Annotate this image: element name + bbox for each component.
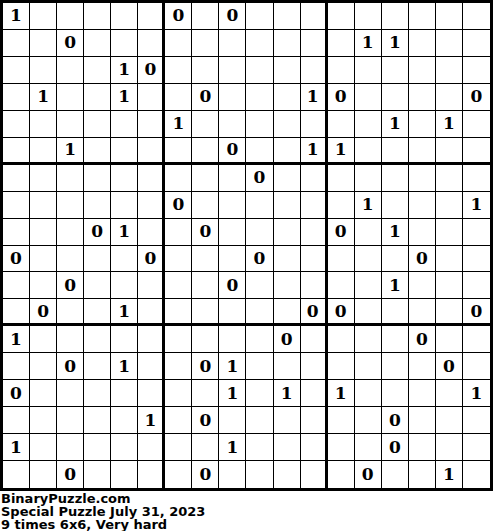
cell-r14-c13[interactable] (328, 353, 355, 380)
cell-r3-c2[interactable] (30, 57, 57, 84)
cell-r11-c16[interactable] (409, 272, 436, 299)
cell-r12-c10[interactable] (246, 299, 273, 326)
cell-r11-c6[interactable] (138, 272, 165, 299)
cell-r18-c12[interactable] (301, 461, 328, 488)
cell-r15-c7[interactable] (165, 380, 192, 407)
cell-r6-c18[interactable] (463, 138, 490, 165)
cell-r1-c13[interactable] (328, 3, 355, 30)
cell-r7-c15[interactable] (382, 165, 409, 192)
cell-r4-c17[interactable] (436, 84, 463, 111)
cell-r2-c17[interactable] (436, 30, 463, 57)
cell-r9-c7[interactable] (165, 219, 192, 246)
cell-r8-c14: 1 (355, 192, 382, 219)
cell-r1-c6[interactable] (138, 3, 165, 30)
cell-r10-c4[interactable] (84, 246, 111, 273)
cell-r10-c15[interactable] (382, 246, 409, 273)
cell-r11-c1[interactable] (3, 272, 30, 299)
cell-r12-c3[interactable] (57, 299, 84, 326)
cell-r16-c3[interactable] (57, 407, 84, 434)
cell-r3-c7[interactable] (165, 57, 192, 84)
cell-r8-c18: 1 (463, 192, 490, 219)
cell-r7-c16[interactable] (409, 165, 436, 192)
cell-r3-c13[interactable] (328, 57, 355, 84)
cell-r1-c14[interactable] (355, 3, 382, 30)
cell-r17-c3[interactable] (57, 434, 84, 461)
cell-r10-c2[interactable] (30, 246, 57, 273)
cell-r2-c8[interactable] (192, 30, 219, 57)
cell-r14-c18[interactable] (463, 353, 490, 380)
cell-r9-c14[interactable] (355, 219, 382, 246)
cell-r17-c10[interactable] (246, 434, 273, 461)
cell-r6-c12: 1 (301, 138, 328, 165)
cell-r1-c15[interactable] (382, 3, 409, 30)
cell-r18-c15[interactable] (382, 461, 409, 488)
cell-r12-c15[interactable] (382, 299, 409, 326)
binary-puzzle-board: 1000111011010011110110011010010000001010… (0, 0, 493, 491)
cell-r16-c7[interactable] (165, 407, 192, 434)
cell-r17-c6[interactable] (138, 434, 165, 461)
cell-r2-c12[interactable] (301, 30, 328, 57)
cell-r14-c1[interactable] (3, 353, 30, 380)
cell-r18-c7[interactable] (165, 461, 192, 488)
cell-r12-c9[interactable] (219, 299, 246, 326)
cell-r9-c4: 0 (84, 219, 111, 246)
cell-r6-c7[interactable] (165, 138, 192, 165)
cell-r17-c5[interactable] (111, 434, 138, 461)
cell-r6-c1[interactable] (3, 138, 30, 165)
cell-r18-c4[interactable] (84, 461, 111, 488)
cell-r6-c6[interactable] (138, 138, 165, 165)
cell-r12-c8[interactable] (192, 299, 219, 326)
cell-r15-c14[interactable] (355, 380, 382, 407)
cell-r1-c8[interactable] (192, 3, 219, 30)
cell-r6-c14[interactable] (355, 138, 382, 165)
cell-r9-c6[interactable] (138, 219, 165, 246)
cell-r5-c4[interactable] (84, 111, 111, 138)
cell-r8-c7: 0 (165, 192, 192, 219)
cell-r16-c2[interactable] (30, 407, 57, 434)
cell-r6-c5[interactable] (111, 138, 138, 165)
cell-r4-c18: 0 (463, 84, 490, 111)
cell-r17-c12[interactable] (301, 434, 328, 461)
cell-r7-c18[interactable] (463, 165, 490, 192)
cell-r3-c18[interactable] (463, 57, 490, 84)
cell-r14-c7[interactable] (165, 353, 192, 380)
cell-r4-c12: 1 (301, 84, 328, 111)
cell-r8-c16[interactable] (409, 192, 436, 219)
cell-r16-c12[interactable] (301, 407, 328, 434)
cell-r15-c4[interactable] (84, 380, 111, 407)
cell-r15-c11: 1 (274, 380, 301, 407)
cell-r18-c13[interactable] (328, 461, 355, 488)
cell-r3-c4[interactable] (84, 57, 111, 84)
cell-r1-c1: 1 (3, 3, 30, 30)
cell-r4-c5: 1 (111, 84, 138, 111)
cell-r7-c14[interactable] (355, 165, 382, 192)
cell-r16-c10[interactable] (246, 407, 273, 434)
cell-r10-c11[interactable] (274, 246, 301, 273)
cell-r1-c11[interactable] (274, 3, 301, 30)
cell-r10-c8[interactable] (192, 246, 219, 273)
cell-r8-c2[interactable] (30, 192, 57, 219)
cell-r10-c6: 0 (138, 246, 165, 273)
cell-r7-c4[interactable] (84, 165, 111, 192)
cell-r11-c10[interactable] (246, 272, 273, 299)
cell-r13-c15[interactable] (382, 326, 409, 353)
cell-r15-c12[interactable] (301, 380, 328, 407)
cell-r4-c9[interactable] (219, 84, 246, 111)
cell-r8-c9[interactable] (219, 192, 246, 219)
cell-r15-c2[interactable] (30, 380, 57, 407)
cell-r18-c10[interactable] (246, 461, 273, 488)
cell-r8-c11[interactable] (274, 192, 301, 219)
cell-r6-c17[interactable] (436, 138, 463, 165)
footer: BinaryPuzzle.com Special Puzzle July 31,… (0, 491, 493, 531)
cell-r8-c15[interactable] (382, 192, 409, 219)
cell-r2-c7[interactable] (165, 30, 192, 57)
cell-r15-c18: 1 (463, 380, 490, 407)
cell-r3-c11[interactable] (274, 57, 301, 84)
cell-r17-c18[interactable] (463, 434, 490, 461)
cell-r9-c12[interactable] (301, 219, 328, 246)
cell-r2-c14: 1 (355, 30, 382, 57)
cell-r17-c1: 1 (3, 434, 30, 461)
cell-r14-c6[interactable] (138, 353, 165, 380)
cell-r11-c17[interactable] (436, 272, 463, 299)
cell-r6-c15[interactable] (382, 138, 409, 165)
cell-r2-c9[interactable] (219, 30, 246, 57)
cell-r16-c6: 1 (138, 407, 165, 434)
cell-r15-c10[interactable] (246, 380, 273, 407)
cell-r8-c13[interactable] (328, 192, 355, 219)
cell-r9-c11[interactable] (274, 219, 301, 246)
cell-r10-c14[interactable] (355, 246, 382, 273)
cell-r7-c17[interactable] (436, 165, 463, 192)
cell-r14-c16[interactable] (409, 353, 436, 380)
cell-r7-c11[interactable] (274, 165, 301, 192)
cell-r13-c3[interactable] (57, 326, 84, 353)
cell-r1-c4[interactable] (84, 3, 111, 30)
cell-r17-c7[interactable] (165, 434, 192, 461)
cell-r1-c5[interactable] (111, 3, 138, 30)
cell-r2-c11[interactable] (274, 30, 301, 57)
cell-r9-c9[interactable] (219, 219, 246, 246)
cell-r5-c8[interactable] (192, 111, 219, 138)
cell-r3-c3[interactable] (57, 57, 84, 84)
cell-r11-c14[interactable] (355, 272, 382, 299)
cell-r1-c3[interactable] (57, 3, 84, 30)
cell-r18-c18[interactable] (463, 461, 490, 488)
cell-r10-c1: 0 (3, 246, 30, 273)
cell-r17-c16[interactable] (409, 434, 436, 461)
cell-r5-c12[interactable] (301, 111, 328, 138)
cell-r5-c10[interactable] (246, 111, 273, 138)
cell-r14-c12[interactable] (301, 353, 328, 380)
cell-r4-c2: 1 (30, 84, 57, 111)
cell-r9-c10[interactable] (246, 219, 273, 246)
cell-r18-c9[interactable] (219, 461, 246, 488)
cell-r6-c10[interactable] (246, 138, 273, 165)
cell-r2-c4[interactable] (84, 30, 111, 57)
cell-r14-c2[interactable] (30, 353, 57, 380)
cell-r7-c13[interactable] (328, 165, 355, 192)
cell-r5-c1[interactable] (3, 111, 30, 138)
cell-r5-c5[interactable] (111, 111, 138, 138)
cell-r16-c8: 0 (192, 407, 219, 434)
cell-r18-c8: 0 (192, 461, 219, 488)
cell-r4-c14[interactable] (355, 84, 382, 111)
cell-r11-c5[interactable] (111, 272, 138, 299)
cell-r16-c11[interactable] (274, 407, 301, 434)
cell-r16-c1[interactable] (3, 407, 30, 434)
cell-r7-c3[interactable] (57, 165, 84, 192)
cell-r6-c4[interactable] (84, 138, 111, 165)
cell-r15-c5[interactable] (111, 380, 138, 407)
cell-r10-c9[interactable] (219, 246, 246, 273)
cell-r2-c15: 1 (382, 30, 409, 57)
cell-r16-c17[interactable] (436, 407, 463, 434)
cell-r1-c17[interactable] (436, 3, 463, 30)
cell-r7-c7[interactable] (165, 165, 192, 192)
cell-r18-c1[interactable] (3, 461, 30, 488)
cell-r11-c15: 1 (382, 272, 409, 299)
cell-r6-c16[interactable] (409, 138, 436, 165)
cell-r13-c1: 1 (3, 326, 30, 353)
cell-r5-c13[interactable] (328, 111, 355, 138)
cell-r10-c3[interactable] (57, 246, 84, 273)
cell-r7-c12[interactable] (301, 165, 328, 192)
cell-r17-c17[interactable] (436, 434, 463, 461)
cell-r17-c14[interactable] (355, 434, 382, 461)
cell-r10-c5[interactable] (111, 246, 138, 273)
cell-r4-c15[interactable] (382, 84, 409, 111)
cell-r18-c5[interactable] (111, 461, 138, 488)
cell-r4-c13: 0 (328, 84, 355, 111)
cell-r16-c15: 0 (382, 407, 409, 434)
cell-r17-c13[interactable] (328, 434, 355, 461)
cell-r11-c7[interactable] (165, 272, 192, 299)
cell-r3-c1[interactable] (3, 57, 30, 84)
cell-r13-c14[interactable] (355, 326, 382, 353)
cell-r2-c16[interactable] (409, 30, 436, 57)
cell-r14-c11[interactable] (274, 353, 301, 380)
cell-r12-c11[interactable] (274, 299, 301, 326)
cell-r11-c8[interactable] (192, 272, 219, 299)
cell-r14-c15[interactable] (382, 353, 409, 380)
cell-r15-c8[interactable] (192, 380, 219, 407)
cell-r1-c16[interactable] (409, 3, 436, 30)
cell-r13-c18[interactable] (463, 326, 490, 353)
cell-r7-c1[interactable] (3, 165, 30, 192)
cell-r11-c11[interactable] (274, 272, 301, 299)
cell-r13-c2[interactable] (30, 326, 57, 353)
cell-r17-c8[interactable] (192, 434, 219, 461)
cell-r9-c18[interactable] (463, 219, 490, 246)
cell-r5-c16[interactable] (409, 111, 436, 138)
cell-r8-c12[interactable] (301, 192, 328, 219)
cell-r2-c1[interactable] (3, 30, 30, 57)
cell-r3-c8[interactable] (192, 57, 219, 84)
cell-r4-c16[interactable] (409, 84, 436, 111)
cell-r3-c17[interactable] (436, 57, 463, 84)
cell-r15-c17[interactable] (436, 380, 463, 407)
cell-r10-c12[interactable] (301, 246, 328, 273)
cell-r13-c10[interactable] (246, 326, 273, 353)
cell-r2-c5[interactable] (111, 30, 138, 57)
cell-r15-c3[interactable] (57, 380, 84, 407)
cell-r15-c15[interactable] (382, 380, 409, 407)
cell-r9-c5: 1 (111, 219, 138, 246)
cell-r12-c16[interactable] (409, 299, 436, 326)
cell-r3-c12[interactable] (301, 57, 328, 84)
cell-r12-c7[interactable] (165, 299, 192, 326)
cell-r6-c13: 1 (328, 138, 355, 165)
cell-r18-c2[interactable] (30, 461, 57, 488)
cell-r5-c11[interactable] (274, 111, 301, 138)
cell-r1-c12[interactable] (301, 3, 328, 30)
cell-r17-c4[interactable] (84, 434, 111, 461)
cell-r11-c13[interactable] (328, 272, 355, 299)
cell-r14-c3: 0 (57, 353, 84, 380)
cell-r1-c2[interactable] (30, 3, 57, 30)
cell-r18-c6[interactable] (138, 461, 165, 488)
cell-r4-c8: 0 (192, 84, 219, 111)
cell-r13-c9[interactable] (219, 326, 246, 353)
cell-r8-c17[interactable] (436, 192, 463, 219)
cell-r15-c6[interactable] (138, 380, 165, 407)
cell-r2-c6[interactable] (138, 30, 165, 57)
cell-r14-c14[interactable] (355, 353, 382, 380)
cell-r2-c2[interactable] (30, 30, 57, 57)
cell-r3-c10[interactable] (246, 57, 273, 84)
cell-r13-c4[interactable] (84, 326, 111, 353)
cell-r11-c18[interactable] (463, 272, 490, 299)
cell-r10-c7[interactable] (165, 246, 192, 273)
cell-r13-c13[interactable] (328, 326, 355, 353)
cell-r12-c6[interactable] (138, 299, 165, 326)
cell-r11-c12[interactable] (301, 272, 328, 299)
cell-r2-c18[interactable] (463, 30, 490, 57)
cell-r14-c4[interactable] (84, 353, 111, 380)
cell-r13-c17[interactable] (436, 326, 463, 353)
cell-r8-c5[interactable] (111, 192, 138, 219)
cell-r11-c2[interactable] (30, 272, 57, 299)
cell-r4-c11[interactable] (274, 84, 301, 111)
cell-r13-c8[interactable] (192, 326, 219, 353)
cell-r18-c11[interactable] (274, 461, 301, 488)
cell-r5-c18[interactable] (463, 111, 490, 138)
cell-r14-c5: 1 (111, 353, 138, 380)
cell-r2-c10[interactable] (246, 30, 273, 57)
cell-r7-c9[interactable] (219, 165, 246, 192)
cell-r7-c8[interactable] (192, 165, 219, 192)
cell-r4-c6[interactable] (138, 84, 165, 111)
cell-r9-c1[interactable] (3, 219, 30, 246)
cell-r5-c14[interactable] (355, 111, 382, 138)
cell-r4-c3[interactable] (57, 84, 84, 111)
cell-r17-c11[interactable] (274, 434, 301, 461)
cell-r3-c5: 1 (111, 57, 138, 84)
cell-r8-c1[interactable] (3, 192, 30, 219)
cell-r18-c16[interactable] (409, 461, 436, 488)
cell-r4-c1[interactable] (3, 84, 30, 111)
cell-r8-c8[interactable] (192, 192, 219, 219)
cell-r13-c7[interactable] (165, 326, 192, 353)
cell-r3-c9[interactable] (219, 57, 246, 84)
cell-r16-c9[interactable] (219, 407, 246, 434)
cell-r9-c3[interactable] (57, 219, 84, 246)
cell-r5-c3[interactable] (57, 111, 84, 138)
cell-r9-c17[interactable] (436, 219, 463, 246)
cell-r8-c6[interactable] (138, 192, 165, 219)
cell-r1-c18[interactable] (463, 3, 490, 30)
cell-r12-c12: 0 (301, 299, 328, 326)
cell-r8-c4[interactable] (84, 192, 111, 219)
cell-r13-c11: 0 (274, 326, 301, 353)
cell-r13-c6[interactable] (138, 326, 165, 353)
cell-r13-c5[interactable] (111, 326, 138, 353)
cell-r9-c2[interactable] (30, 219, 57, 246)
cell-r12-c17[interactable] (436, 299, 463, 326)
cell-r2-c13[interactable] (328, 30, 355, 57)
cell-r4-c4[interactable] (84, 84, 111, 111)
cell-r7-c10: 0 (246, 165, 273, 192)
cell-r17-c2[interactable] (30, 434, 57, 461)
cell-r12-c4[interactable] (84, 299, 111, 326)
cell-r6-c2[interactable] (30, 138, 57, 165)
cell-r15-c1: 0 (3, 380, 30, 407)
cell-r15-c16[interactable] (409, 380, 436, 407)
cell-r4-c7[interactable] (165, 84, 192, 111)
cell-r3-c15[interactable] (382, 57, 409, 84)
cell-r10-c18[interactable] (463, 246, 490, 273)
cell-r9-c16[interactable] (409, 219, 436, 246)
cell-r16-c18[interactable] (463, 407, 490, 434)
cell-r5-c9[interactable] (219, 111, 246, 138)
cell-r16-c16[interactable] (409, 407, 436, 434)
cell-r8-c10[interactable] (246, 192, 273, 219)
cell-r16-c4[interactable] (84, 407, 111, 434)
cell-r3-c14[interactable] (355, 57, 382, 84)
cell-r18-c3: 0 (57, 461, 84, 488)
cell-r7-c2[interactable] (30, 165, 57, 192)
cell-r12-c1[interactable] (3, 299, 30, 326)
cell-r5-c2[interactable] (30, 111, 57, 138)
cell-r6-c8[interactable] (192, 138, 219, 165)
cell-r17-c9: 1 (219, 434, 246, 461)
cell-r4-c10[interactable] (246, 84, 273, 111)
cell-r16-c14[interactable] (355, 407, 382, 434)
cell-r16-c13[interactable] (328, 407, 355, 434)
cell-r1-c10[interactable] (246, 3, 273, 30)
cell-r10-c17[interactable] (436, 246, 463, 273)
cell-r10-c13[interactable] (328, 246, 355, 273)
cell-r17-c15: 0 (382, 434, 409, 461)
cell-r1-c9: 0 (219, 3, 246, 30)
cell-r3-c16[interactable] (409, 57, 436, 84)
cell-r12-c2: 0 (30, 299, 57, 326)
cell-r7-c6[interactable] (138, 165, 165, 192)
cell-r14-c10[interactable] (246, 353, 273, 380)
cell-r12-c14[interactable] (355, 299, 382, 326)
cell-r5-c6[interactable] (138, 111, 165, 138)
cell-r13-c12[interactable] (301, 326, 328, 353)
cell-r8-c3[interactable] (57, 192, 84, 219)
cell-r7-c5[interactable] (111, 165, 138, 192)
cell-r16-c5[interactable] (111, 407, 138, 434)
cell-r11-c4[interactable] (84, 272, 111, 299)
cell-r6-c11[interactable] (274, 138, 301, 165)
